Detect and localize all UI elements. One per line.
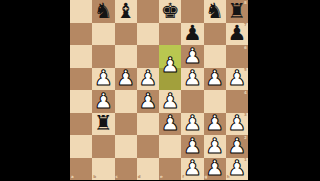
file-label-g: g [205,175,208,179]
square-g8[interactable]: ♞ [204,0,226,23]
white-pawn-f5[interactable]: ♟ [183,68,202,89]
square-b5[interactable]: ♟ [92,68,114,91]
rank-label-3: 3 [244,113,247,117]
square-f1[interactable]: ♟ [181,158,203,181]
file-label-d: d [138,175,141,179]
square-d6[interactable] [137,45,159,68]
white-pawn-e6[interactable]: ♟ [161,55,180,76]
square-d3[interactable] [137,113,159,136]
chess-board[interactable]: ♞♝♚♞♜♟♟♟♟♟♟♟♟♟♟♟♟♟♜♟♟♟♟♟♟♟♟♟♟abcdefgh876… [70,0,248,180]
rank-label-8: 8 [244,1,247,5]
white-pawn-f6[interactable]: ♟ [183,46,202,67]
white-pawn-f2[interactable]: ♟ [183,136,202,157]
square-e2[interactable] [159,135,181,158]
square-e3[interactable]: ♟ [159,113,181,136]
square-a2[interactable] [70,135,92,158]
square-f2[interactable]: ♟ [181,135,203,158]
square-c7[interactable] [115,23,137,46]
white-pawn-e3[interactable]: ♟ [161,113,180,134]
black-knight-g8[interactable]: ♞ [205,1,224,22]
square-g7[interactable] [204,23,226,46]
square-c4[interactable] [115,90,137,113]
black-rook-b3[interactable]: ♜ [94,113,113,134]
file-label-b: b [93,175,96,179]
square-a8[interactable] [70,0,92,23]
white-pawn-f3[interactable]: ♟ [183,113,202,134]
square-a7[interactable] [70,23,92,46]
square-e4[interactable]: ♟ [159,90,181,113]
black-bishop-c8[interactable]: ♝ [116,1,135,22]
square-f4[interactable] [181,90,203,113]
file-label-f: f [182,175,184,179]
square-d4[interactable]: ♟ [137,90,159,113]
white-pawn-d5[interactable]: ♟ [138,68,157,89]
square-f8[interactable] [181,0,203,23]
square-a4[interactable] [70,90,92,113]
black-knight-b8[interactable]: ♞ [94,1,113,22]
file-label-a: a [71,175,74,179]
square-d2[interactable] [137,135,159,158]
square-c6[interactable] [115,45,137,68]
white-pawn-f1[interactable]: ♟ [183,158,202,179]
square-a3[interactable] [70,113,92,136]
square-e7[interactable] [159,23,181,46]
rank-label-6: 6 [244,46,247,50]
white-pawn-g3[interactable]: ♟ [205,113,224,134]
square-b3[interactable]: ♜ [92,113,114,136]
square-a6[interactable] [70,45,92,68]
square-d8[interactable] [137,0,159,23]
square-f6[interactable]: ♟ [181,45,203,68]
letterbox-right [248,0,320,180]
square-a5[interactable] [70,68,92,91]
letterbox-left [0,0,70,180]
square-d7[interactable] [137,23,159,46]
white-pawn-e4[interactable]: ♟ [161,91,180,112]
white-pawn-g5[interactable]: ♟ [205,68,224,89]
rank-label-7: 7 [244,23,247,27]
square-g6[interactable] [204,45,226,68]
square-g4[interactable] [204,90,226,113]
video-frame: ♞♝♚♞♜♟♟♟♟♟♟♟♟♟♟♟♟♟♜♟♟♟♟♟♟♟♟♟♟abcdefgh876… [0,0,320,180]
file-label-c: c [116,175,118,179]
file-label-h: h [227,175,230,179]
rank-label-4: 4 [244,91,247,95]
white-pawn-b4[interactable]: ♟ [94,91,113,112]
file-label-e: e [160,175,163,179]
black-pawn-f7[interactable]: ♟ [183,23,202,44]
black-king-e8[interactable]: ♚ [161,1,180,22]
square-b2[interactable] [92,135,114,158]
square-e8[interactable]: ♚ [159,0,181,23]
rank-label-2: 2 [244,136,247,140]
square-g5[interactable]: ♟ [204,68,226,91]
square-e6[interactable]: ♟ [159,45,181,68]
rank-label-1: 1 [244,158,247,162]
square-d5[interactable]: ♟ [137,68,159,91]
square-f7[interactable]: ♟ [181,23,203,46]
square-b4[interactable]: ♟ [92,90,114,113]
square-b6[interactable] [92,45,114,68]
square-c8[interactable]: ♝ [115,0,137,23]
square-g3[interactable]: ♟ [204,113,226,136]
square-c5[interactable]: ♟ [115,68,137,91]
white-pawn-b5[interactable]: ♟ [94,68,113,89]
square-c2[interactable] [115,135,137,158]
square-g2[interactable]: ♟ [204,135,226,158]
white-pawn-c5[interactable]: ♟ [116,68,135,89]
square-f3[interactable]: ♟ [181,113,203,136]
square-f5[interactable]: ♟ [181,68,203,91]
white-pawn-g2[interactable]: ♟ [205,136,224,157]
square-b7[interactable] [92,23,114,46]
white-pawn-d4[interactable]: ♟ [138,91,157,112]
square-c3[interactable] [115,113,137,136]
white-pawn-g1[interactable]: ♟ [205,158,224,179]
square-b8[interactable]: ♞ [92,0,114,23]
rank-label-5: 5 [244,68,247,72]
